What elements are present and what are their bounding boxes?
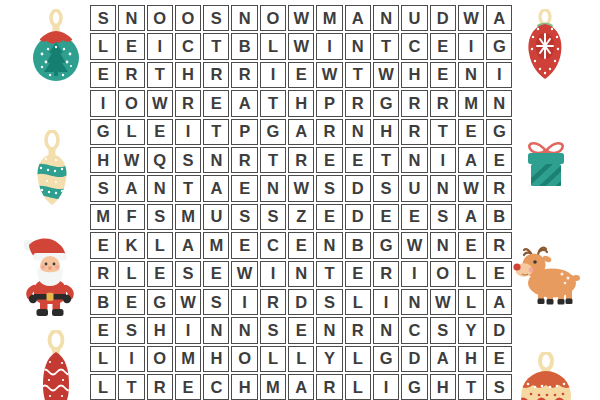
grid-cell-r13c13[interactable]: A	[430, 346, 456, 372]
grid-cell-r1c3[interactable]: O	[147, 5, 173, 31]
grid-cell-r13c7[interactable]: L	[260, 346, 286, 372]
grid-cell-r5c11[interactable]: H	[373, 119, 399, 145]
grid-cell-r9c9[interactable]: N	[316, 232, 342, 258]
grid-cell-r13c3[interactable]: O	[147, 346, 173, 372]
grid-cell-r6c2[interactable]: W	[118, 147, 144, 173]
grid-cell-r4c8[interactable]: H	[288, 90, 314, 116]
grid-cell-r11c8[interactable]: D	[288, 289, 314, 315]
grid-cell-r5c10[interactable]: N	[345, 119, 371, 145]
grid-cell-r14c12[interactable]: G	[401, 374, 427, 400]
grid-cell-r9c15[interactable]: R	[486, 232, 512, 258]
grid-cell-r10c8[interactable]: N	[288, 261, 314, 287]
grid-cell-r1c7[interactable]: O	[260, 5, 286, 31]
grid-cell-r8c11[interactable]: E	[373, 204, 399, 230]
grid-cell-r14c15[interactable]: S	[486, 374, 512, 400]
grid-cell-r6c1[interactable]: H	[90, 147, 116, 173]
grid-cell-r5c14[interactable]: E	[458, 119, 484, 145]
grid-cell-r3c14[interactable]: N	[458, 62, 484, 88]
reindeer-icon	[510, 243, 580, 307]
grid-cell-r14c1[interactable]: L	[90, 374, 116, 400]
grid-cell-r3c3[interactable]: T	[147, 62, 173, 88]
grid-cell-r1c9[interactable]: M	[316, 5, 342, 31]
grid-cell-r7c6[interactable]: E	[231, 175, 257, 201]
grid-cell-r3c9[interactable]: W	[316, 62, 342, 88]
grid-cell-r5c5[interactable]: T	[203, 119, 229, 145]
grid-cell-r7c15[interactable]: R	[486, 175, 512, 201]
grid-cell-r5c15[interactable]: G	[486, 119, 512, 145]
grid-cell-r13c14[interactable]: H	[458, 346, 484, 372]
grid-cell-r11c7[interactable]: R	[260, 289, 286, 315]
grid-cell-r7c13[interactable]: N	[430, 175, 456, 201]
grid-cell-r5c9[interactable]: R	[316, 119, 342, 145]
grid-cell-r8c2[interactable]: F	[118, 204, 144, 230]
grid-cell-r7c11[interactable]: S	[373, 175, 399, 201]
grid-cell-r10c15[interactable]: E	[486, 261, 512, 287]
grid-cell-r2c4[interactable]: C	[175, 33, 201, 59]
grid-cell-r9c10[interactable]: B	[345, 232, 371, 258]
grid-cell-r2c1[interactable]: L	[90, 33, 116, 59]
grid-cell-r1c8[interactable]: W	[288, 5, 314, 31]
grid-cell-r11c6[interactable]: I	[231, 289, 257, 315]
grid-cell-r12c13[interactable]: S	[430, 317, 456, 343]
grid-cell-r3c12[interactable]: H	[401, 62, 427, 88]
grid-cell-r8c10[interactable]: D	[345, 204, 371, 230]
grid-cell-r14c10[interactable]: L	[345, 374, 371, 400]
grid-cell-r8c9[interactable]: E	[316, 204, 342, 230]
grid-cell-r8c3[interactable]: S	[147, 204, 173, 230]
grid-cell-r6c8[interactable]: R	[288, 147, 314, 173]
grid-cell-r4c13[interactable]: R	[430, 90, 456, 116]
grid-cell-r5c4[interactable]: I	[175, 119, 201, 145]
grid-cell-r8c12[interactable]: E	[401, 204, 427, 230]
grid-cell-r11c3[interactable]: G	[147, 289, 173, 315]
grid-cell-r12c3[interactable]: H	[147, 317, 173, 343]
grid-cell-r12c10[interactable]: R	[345, 317, 371, 343]
grid-cell-r9c11[interactable]: G	[373, 232, 399, 258]
grid-cell-r4c14[interactable]: M	[458, 90, 484, 116]
grid-cell-r11c14[interactable]: L	[458, 289, 484, 315]
grid-cell-r10c5[interactable]: E	[203, 261, 229, 287]
grid-cell-r2c7[interactable]: L	[260, 33, 286, 59]
grid-cell-r4c9[interactable]: P	[316, 90, 342, 116]
grid-cell-r5c3[interactable]: E	[147, 119, 173, 145]
grid-cell-r9c1[interactable]: E	[90, 232, 116, 258]
grid-cell-r13c8[interactable]: L	[288, 346, 314, 372]
grid-cell-r3c13[interactable]: E	[430, 62, 456, 88]
grid-cell-r10c13[interactable]: O	[430, 261, 456, 287]
santa-icon	[20, 236, 76, 318]
grid-cell-r12c7[interactable]: S	[260, 317, 286, 343]
grid-cell-r13c5[interactable]: H	[203, 346, 229, 372]
grid-cell-r11c9[interactable]: S	[316, 289, 342, 315]
grid-cell-r3c11[interactable]: W	[373, 62, 399, 88]
grid-cell-r12c14[interactable]: Y	[458, 317, 484, 343]
grid-cell-r4c11[interactable]: G	[373, 90, 399, 116]
grid-cell-r8c13[interactable]: S	[430, 204, 456, 230]
grid-cell-r13c12[interactable]: D	[401, 346, 427, 372]
grid-cell-r8c4[interactable]: M	[175, 204, 201, 230]
grid-cell-r2c11[interactable]: T	[373, 33, 399, 59]
grid-cell-r4c2[interactable]: O	[118, 90, 144, 116]
grid-cell-r9c7[interactable]: C	[260, 232, 286, 258]
grid-cell-r3c8[interactable]: E	[288, 62, 314, 88]
grid-cell-r9c12[interactable]: W	[401, 232, 427, 258]
grid-cell-r5c2[interactable]: L	[118, 119, 144, 145]
grid-cell-r9c14[interactable]: E	[458, 232, 484, 258]
grid-cell-r14c9[interactable]: R	[316, 374, 342, 400]
grid-cell-r7c9[interactable]: S	[316, 175, 342, 201]
grid-cell-r14c2[interactable]: T	[118, 374, 144, 400]
grid-cell-r11c5[interactable]: S	[203, 289, 229, 315]
grid-cell-r5c8[interactable]: A	[288, 119, 314, 145]
grid-cell-r7c10[interactable]: D	[345, 175, 371, 201]
grid-cell-r8c14[interactable]: A	[458, 204, 484, 230]
grid-cell-r9c5[interactable]: M	[203, 232, 229, 258]
grid-cell-r14c4[interactable]: E	[175, 374, 201, 400]
grid-cell-r2c12[interactable]: C	[401, 33, 427, 59]
grid-cell-r1c14[interactable]: W	[458, 5, 484, 31]
grid-cell-r3c6[interactable]: R	[231, 62, 257, 88]
grid-cell-r7c1[interactable]: S	[90, 175, 116, 201]
grid-cell-r14c13[interactable]: H	[430, 374, 456, 400]
grid-cell-r14c5[interactable]: C	[203, 374, 229, 400]
grid-cell-r10c3[interactable]: E	[147, 261, 173, 287]
grid-cell-r12c12[interactable]: C	[401, 317, 427, 343]
ornament-waves-icon	[36, 330, 76, 400]
word-search-page: SNOOSNOWMANUDWALEICTBLWINTCEIGERTHRRIEWT…	[0, 0, 600, 400]
grid-cell-r12c8[interactable]: E	[288, 317, 314, 343]
grid-cell-r12c5[interactable]: N	[203, 317, 229, 343]
grid-cell-r4c5[interactable]: E	[203, 90, 229, 116]
grid-cell-r11c15[interactable]: A	[486, 289, 512, 315]
grid-cell-r7c2[interactable]: A	[118, 175, 144, 201]
grid-cell-r6c13[interactable]: I	[430, 147, 456, 173]
word-search-grid: SNOOSNOWMANUDWALEICTBLWINTCEIGERTHRRIEWT…	[90, 5, 512, 400]
grid-cell-r14c6[interactable]: H	[231, 374, 257, 400]
grid-cell-r1c10[interactable]: A	[345, 5, 371, 31]
grid-cell-r2c2[interactable]: E	[118, 33, 144, 59]
grid-cell-r2c13[interactable]: E	[430, 33, 456, 59]
grid-cell-r13c15[interactable]: E	[486, 346, 512, 372]
grid-cell-r6c12[interactable]: N	[401, 147, 427, 173]
grid-cell-r14c7[interactable]: M	[260, 374, 286, 400]
grid-cell-r4c12[interactable]: R	[401, 90, 427, 116]
grid-cell-r10c14[interactable]: L	[458, 261, 484, 287]
grid-cell-r9c4[interactable]: A	[175, 232, 201, 258]
grid-cell-r9c13[interactable]: N	[430, 232, 456, 258]
grid-cell-r3c4[interactable]: H	[175, 62, 201, 88]
ornament-bands-icon	[519, 352, 573, 400]
grid-cell-r4c15[interactable]: N	[486, 90, 512, 116]
grid-cell-r1c13[interactable]: D	[430, 5, 456, 31]
grid-cell-r10c9[interactable]: T	[316, 261, 342, 287]
grid-cell-r5c1[interactable]: G	[90, 119, 116, 145]
grid-cell-r2c5[interactable]: T	[203, 33, 229, 59]
grid-cell-r10c6[interactable]: W	[231, 261, 257, 287]
grid-cell-r3c1[interactable]: E	[90, 62, 116, 88]
grid-cell-r9c6[interactable]: E	[231, 232, 257, 258]
grid-cell-r10c2[interactable]: L	[118, 261, 144, 287]
grid-cell-r11c1[interactable]: B	[90, 289, 116, 315]
grid-cell-r12c15[interactable]: D	[486, 317, 512, 343]
grid-cell-r13c9[interactable]: Y	[316, 346, 342, 372]
grid-cell-r7c14[interactable]: W	[458, 175, 484, 201]
grid-cell-r4c7[interactable]: T	[260, 90, 286, 116]
grid-cell-r4c10[interactable]: R	[345, 90, 371, 116]
grid-cell-r6c14[interactable]: A	[458, 147, 484, 173]
grid-cell-r6c5[interactable]: N	[203, 147, 229, 173]
grid-cell-r2c3[interactable]: I	[147, 33, 173, 59]
grid-cell-r2c8[interactable]: W	[288, 33, 314, 59]
grid-cell-r12c1[interactable]: E	[90, 317, 116, 343]
grid-cell-r1c1[interactable]: S	[90, 5, 116, 31]
grid-cell-r7c7[interactable]: N	[260, 175, 286, 201]
grid-cell-r6c6[interactable]: R	[231, 147, 257, 173]
gift-icon	[521, 135, 571, 197]
grid-cell-r13c4[interactable]: M	[175, 346, 201, 372]
grid-cell-r12c6[interactable]: N	[231, 317, 257, 343]
grid-cell-r11c10[interactable]: L	[345, 289, 371, 315]
grid-cell-r7c8[interactable]: W	[288, 175, 314, 201]
grid-cell-r1c12[interactable]: U	[401, 5, 427, 31]
grid-cell-r2c14[interactable]: I	[458, 33, 484, 59]
grid-cell-r11c2[interactable]: E	[118, 289, 144, 315]
grid-cell-r14c11[interactable]: I	[373, 374, 399, 400]
grid-cell-r12c4[interactable]: I	[175, 317, 201, 343]
grid-cell-r2c15[interactable]: G	[486, 33, 512, 59]
grid-cell-r1c5[interactable]: S	[203, 5, 229, 31]
grid-cell-r11c11[interactable]: I	[373, 289, 399, 315]
grid-cell-r2c6[interactable]: B	[231, 33, 257, 59]
grid-cell-r12c2[interactable]: S	[118, 317, 144, 343]
grid-cell-r11c12[interactable]: N	[401, 289, 427, 315]
grid-cell-r6c4[interactable]: S	[175, 147, 201, 173]
grid-cell-r8c7[interactable]: S	[260, 204, 286, 230]
grid-cell-r9c2[interactable]: K	[118, 232, 144, 258]
grid-cell-r12c9[interactable]: N	[316, 317, 342, 343]
grid-cell-r11c13[interactable]: W	[430, 289, 456, 315]
grid-cell-r5c7[interactable]: G	[260, 119, 286, 145]
grid-cell-r4c3[interactable]: W	[147, 90, 173, 116]
grid-cell-r13c2[interactable]: I	[118, 346, 144, 372]
grid-cell-r2c10[interactable]: N	[345, 33, 371, 59]
grid-cell-r4c1[interactable]: I	[90, 90, 116, 116]
grid-cell-r2c9[interactable]: I	[316, 33, 342, 59]
grid-cell-r6c15[interactable]: E	[486, 147, 512, 173]
grid-cell-r6c3[interactable]: Q	[147, 147, 173, 173]
grid-cell-r3c10[interactable]: T	[345, 62, 371, 88]
grid-cell-r6c10[interactable]: E	[345, 147, 371, 173]
grid-cell-r5c13[interactable]: T	[430, 119, 456, 145]
grid-cell-r5c6[interactable]: P	[231, 119, 257, 145]
grid-cell-r10c12[interactable]: I	[401, 261, 427, 287]
grid-cell-r1c2[interactable]: N	[118, 5, 144, 31]
grid-cell-r7c4[interactable]: T	[175, 175, 201, 201]
grid-cell-r8c15[interactable]: B	[486, 204, 512, 230]
grid-cell-r10c4[interactable]: S	[175, 261, 201, 287]
grid-cell-r14c3[interactable]: R	[147, 374, 173, 400]
grid-cell-r8c8[interactable]: Z	[288, 204, 314, 230]
ornament-tree-icon	[30, 9, 82, 85]
grid-cell-r1c15[interactable]: A	[486, 5, 512, 31]
grid-cell-r10c10[interactable]: E	[345, 261, 371, 287]
grid-cell-r6c7[interactable]: T	[260, 147, 286, 173]
grid-cell-r8c5[interactable]: U	[203, 204, 229, 230]
grid-cell-r7c12[interactable]: U	[401, 175, 427, 201]
grid-cell-r1c11[interactable]: N	[373, 5, 399, 31]
grid-cell-r12c11[interactable]: N	[373, 317, 399, 343]
grid-cell-r10c7[interactable]: I	[260, 261, 286, 287]
grid-cell-r8c6[interactable]: S	[231, 204, 257, 230]
grid-cell-r9c8[interactable]: E	[288, 232, 314, 258]
grid-cell-r4c4[interactable]: R	[175, 90, 201, 116]
grid-cell-r3c2[interactable]: R	[118, 62, 144, 88]
grid-cell-r4c6[interactable]: A	[231, 90, 257, 116]
grid-cell-r14c14[interactable]: T	[458, 374, 484, 400]
grid-cell-r3c5[interactable]: R	[203, 62, 229, 88]
grid-cell-r7c3[interactable]: N	[147, 175, 173, 201]
grid-cell-r6c9[interactable]: E	[316, 147, 342, 173]
grid-cell-r8c1[interactable]: M	[90, 204, 116, 230]
grid-cell-r11c4[interactable]: W	[175, 289, 201, 315]
ornament-striped-icon	[28, 130, 76, 224]
grid-cell-r10c11[interactable]: R	[373, 261, 399, 287]
grid-cell-r1c6[interactable]: N	[231, 5, 257, 31]
grid-cell-r14c8[interactable]: A	[288, 374, 314, 400]
grid-cell-r7c5[interactable]: A	[203, 175, 229, 201]
grid-cell-r3c15[interactable]: I	[486, 62, 512, 88]
grid-cell-r9c3[interactable]: L	[147, 232, 173, 258]
grid-cell-r13c1[interactable]: L	[90, 346, 116, 372]
grid-cell-r3c7[interactable]: I	[260, 62, 286, 88]
grid-cell-r5c12[interactable]: R	[401, 119, 427, 145]
grid-cell-r13c10[interactable]: L	[345, 346, 371, 372]
grid-cell-r6c11[interactable]: T	[373, 147, 399, 173]
grid-cell-r13c6[interactable]: O	[231, 346, 257, 372]
ornament-star-icon	[521, 9, 569, 89]
grid-cell-r1c4[interactable]: O	[175, 5, 201, 31]
grid-cell-r10c1[interactable]: R	[90, 261, 116, 287]
grid-cell-r13c11[interactable]: G	[373, 346, 399, 372]
